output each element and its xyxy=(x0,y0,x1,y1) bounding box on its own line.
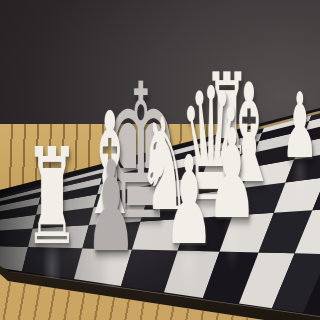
piece-gray-pawn-b4: ♟ xyxy=(86,149,136,247)
piece-white-pawn-g6: ♟ xyxy=(282,85,318,155)
chess-pieces: ♜♟♝♛♟♚♞♝♜♟♟ xyxy=(0,0,320,320)
piece-white-pawn-c4: ♟ xyxy=(164,145,213,240)
piece-white-pawn-d5: ♟ xyxy=(207,118,257,214)
scene: ♜♟♝♛♟♚♞♝♜♟♟ xyxy=(0,0,320,320)
piece-white-rook-a4: ♜ xyxy=(25,136,79,240)
